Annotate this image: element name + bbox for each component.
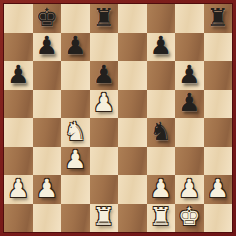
square-b1[interactable] <box>33 204 62 233</box>
square-f3[interactable] <box>147 147 176 176</box>
square-g6[interactable]: ♟ <box>175 61 204 90</box>
square-d1[interactable]: ♜ <box>90 204 119 233</box>
square-c1[interactable] <box>61 204 90 233</box>
square-b7[interactable]: ♟ <box>33 33 62 62</box>
square-c8[interactable] <box>61 4 90 33</box>
square-d5[interactable]: ♟ <box>90 90 119 119</box>
square-h6[interactable] <box>204 61 233 90</box>
white-rook-d1[interactable]: ♜ <box>93 204 115 229</box>
square-d6[interactable]: ♟ <box>90 61 119 90</box>
square-c7[interactable]: ♟ <box>61 33 90 62</box>
square-d8[interactable]: ♜ <box>90 4 119 33</box>
square-a8[interactable] <box>4 4 33 33</box>
black-pawn-a6[interactable]: ♟ <box>7 62 29 87</box>
white-pawn-h2[interactable]: ♟ <box>207 176 229 201</box>
black-rook-d8[interactable]: ♜ <box>93 5 115 30</box>
square-e4[interactable] <box>118 118 147 147</box>
square-b4[interactable] <box>33 118 62 147</box>
square-h1[interactable] <box>204 204 233 233</box>
board-frame: ♚♜♜♟♟♟♟♟♟♟♟♞♞♟♟♟♟♟♟♜♜♚ <box>0 0 236 236</box>
square-g1[interactable]: ♚ <box>175 204 204 233</box>
square-b8[interactable]: ♚ <box>33 4 62 33</box>
white-pawn-g2[interactable]: ♟ <box>178 176 200 201</box>
white-pawn-f2[interactable]: ♟ <box>150 176 172 201</box>
square-g5[interactable]: ♟ <box>175 90 204 119</box>
square-c4[interactable]: ♞ <box>61 118 90 147</box>
square-f8[interactable] <box>147 4 176 33</box>
square-e8[interactable] <box>118 4 147 33</box>
square-b5[interactable] <box>33 90 62 119</box>
square-h3[interactable] <box>204 147 233 176</box>
square-b3[interactable] <box>33 147 62 176</box>
square-a1[interactable] <box>4 204 33 233</box>
square-c3[interactable]: ♟ <box>61 147 90 176</box>
square-f6[interactable] <box>147 61 176 90</box>
square-f7[interactable]: ♟ <box>147 33 176 62</box>
square-a6[interactable]: ♟ <box>4 61 33 90</box>
square-c5[interactable] <box>61 90 90 119</box>
square-e6[interactable] <box>118 61 147 90</box>
white-pawn-a2[interactable]: ♟ <box>7 176 29 201</box>
square-c2[interactable] <box>61 175 90 204</box>
square-d7[interactable] <box>90 33 119 62</box>
square-d2[interactable] <box>90 175 119 204</box>
square-h4[interactable] <box>204 118 233 147</box>
square-g8[interactable] <box>175 4 204 33</box>
square-a4[interactable] <box>4 118 33 147</box>
square-f4[interactable]: ♞ <box>147 118 176 147</box>
square-g2[interactable]: ♟ <box>175 175 204 204</box>
square-e1[interactable] <box>118 204 147 233</box>
square-e3[interactable] <box>118 147 147 176</box>
white-pawn-b2[interactable]: ♟ <box>36 176 58 201</box>
black-pawn-f7[interactable]: ♟ <box>150 33 172 58</box>
black-pawn-c7[interactable]: ♟ <box>64 33 86 58</box>
square-e2[interactable] <box>118 175 147 204</box>
square-d3[interactable] <box>90 147 119 176</box>
white-knight-c4[interactable]: ♞ <box>64 119 86 144</box>
square-e5[interactable] <box>118 90 147 119</box>
square-a7[interactable] <box>4 33 33 62</box>
black-pawn-g6[interactable]: ♟ <box>178 62 200 87</box>
square-f1[interactable]: ♜ <box>147 204 176 233</box>
square-h2[interactable]: ♟ <box>204 175 233 204</box>
black-king-b8[interactable]: ♚ <box>36 5 58 30</box>
square-c6[interactable] <box>61 61 90 90</box>
chess-board: ♚♜♜♟♟♟♟♟♟♟♟♞♞♟♟♟♟♟♟♜♜♚ <box>4 4 232 232</box>
square-g7[interactable] <box>175 33 204 62</box>
square-g4[interactable] <box>175 118 204 147</box>
black-pawn-d6[interactable]: ♟ <box>93 62 115 87</box>
square-e7[interactable] <box>118 33 147 62</box>
square-h7[interactable] <box>204 33 233 62</box>
square-g3[interactable] <box>175 147 204 176</box>
square-a2[interactable]: ♟ <box>4 175 33 204</box>
square-b2[interactable]: ♟ <box>33 175 62 204</box>
white-king-g1[interactable]: ♚ <box>178 204 200 229</box>
square-b6[interactable] <box>33 61 62 90</box>
square-h5[interactable] <box>204 90 233 119</box>
black-pawn-g5[interactable]: ♟ <box>178 90 200 115</box>
square-f2[interactable]: ♟ <box>147 175 176 204</box>
square-f5[interactable] <box>147 90 176 119</box>
white-rook-f1[interactable]: ♜ <box>150 204 172 229</box>
square-a5[interactable] <box>4 90 33 119</box>
black-pawn-b7[interactable]: ♟ <box>36 33 58 58</box>
square-d4[interactable] <box>90 118 119 147</box>
white-pawn-c3[interactable]: ♟ <box>64 147 86 172</box>
black-rook-h8[interactable]: ♜ <box>207 5 229 30</box>
black-knight-f4[interactable]: ♞ <box>150 119 172 144</box>
square-a3[interactable] <box>4 147 33 176</box>
square-h8[interactable]: ♜ <box>204 4 233 33</box>
white-pawn-d5[interactable]: ♟ <box>93 90 115 115</box>
